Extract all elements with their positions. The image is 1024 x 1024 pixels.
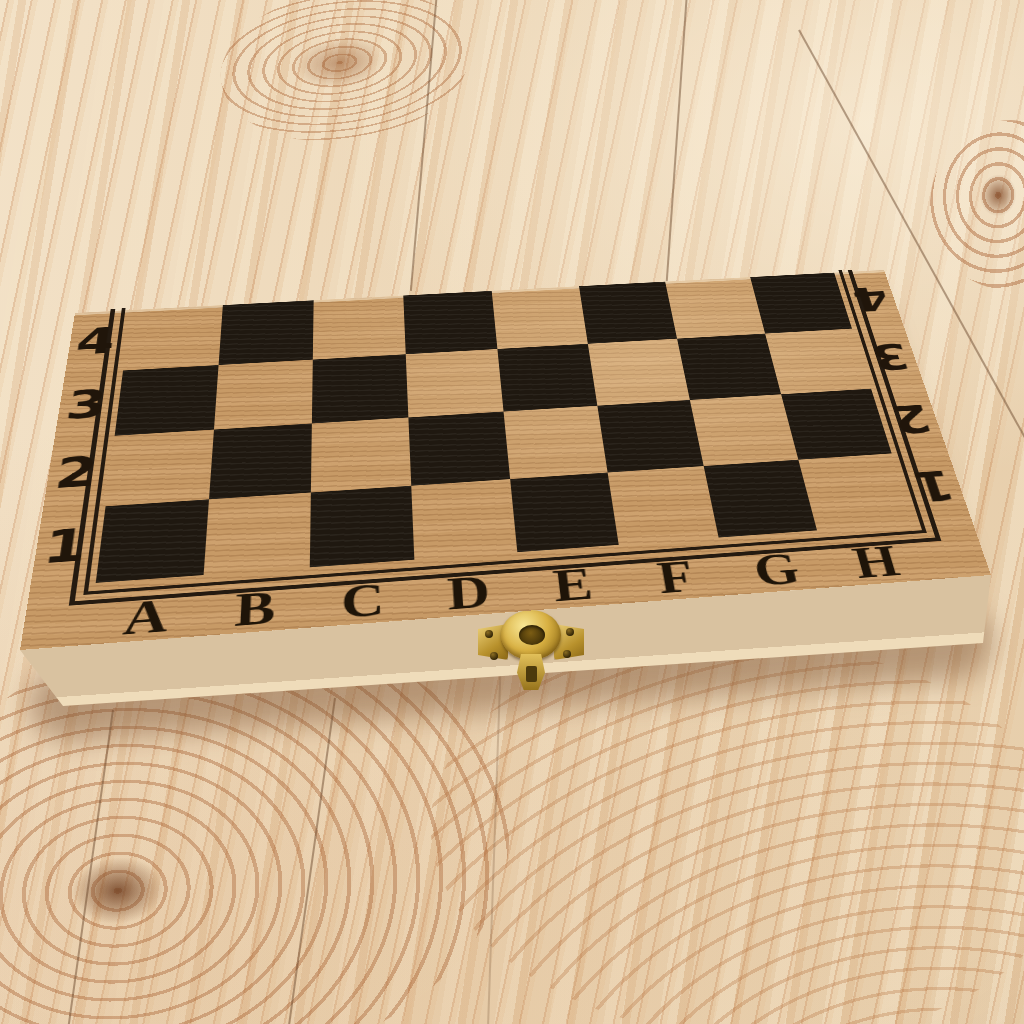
rank-label-left-1: 1 bbox=[40, 519, 91, 574]
rank-label-left-4: 4 bbox=[73, 320, 117, 363]
file-label-a: A bbox=[121, 589, 171, 645]
clasp-screw bbox=[485, 630, 493, 638]
rank-label-left-3: 3 bbox=[63, 381, 109, 428]
clasp-screw bbox=[566, 628, 574, 636]
wood-knot-right bbox=[922, 112, 1024, 298]
file-label-c: C bbox=[341, 574, 385, 629]
brass-clasp bbox=[478, 608, 584, 698]
clasp-keyhole bbox=[519, 625, 545, 645]
clasp-screw bbox=[490, 652, 498, 660]
file-label-b: B bbox=[234, 582, 277, 637]
wood-knot-top-left bbox=[211, 0, 479, 157]
plank-seam bbox=[666, 0, 688, 281]
clasp-hook-notch bbox=[526, 666, 537, 682]
file-label-e: E bbox=[551, 559, 596, 612]
rank-label-left-2: 2 bbox=[52, 447, 101, 498]
photo-scene: 4321 4321 ABCDEFGH bbox=[0, 0, 1024, 1024]
clasp-screw bbox=[563, 650, 571, 658]
file-label-d: D bbox=[446, 566, 492, 620]
